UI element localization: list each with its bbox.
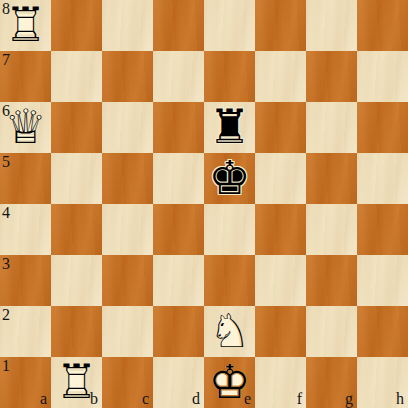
square-b2[interactable] — [51, 306, 102, 357]
piece-black-king-e5[interactable]: ♚ — [204, 153, 255, 204]
rank-label-2: 2 — [2, 307, 10, 323]
square-h8[interactable] — [357, 0, 408, 51]
white-king-icon: ♔ — [204, 357, 255, 404]
chess-diagram: 8♜♖76♛♕♜5♚432♞♘1ab♜♖cde♚♔fgh — [0, 0, 408, 408]
square-b8[interactable] — [51, 0, 102, 51]
white-knight-icon: ♘ — [204, 306, 255, 353]
rank-label-4: 4 — [2, 205, 10, 221]
square-f1[interactable]: f — [255, 357, 306, 408]
square-e5[interactable]: ♚ — [204, 153, 255, 204]
square-a1[interactable]: 1a — [0, 357, 51, 408]
square-c4[interactable] — [102, 204, 153, 255]
square-e4[interactable] — [204, 204, 255, 255]
square-h7[interactable] — [357, 51, 408, 102]
square-h5[interactable] — [357, 153, 408, 204]
piece-white-knight-e2[interactable]: ♞♘ — [204, 306, 255, 357]
square-d8[interactable] — [153, 0, 204, 51]
square-c5[interactable] — [102, 153, 153, 204]
square-d4[interactable] — [153, 204, 204, 255]
square-h3[interactable] — [357, 255, 408, 306]
file-label-f: f — [297, 391, 302, 407]
square-f7[interactable] — [255, 51, 306, 102]
square-c6[interactable] — [102, 102, 153, 153]
square-e6[interactable]: ♜ — [204, 102, 255, 153]
square-g2[interactable] — [306, 306, 357, 357]
file-label-d: d — [192, 391, 200, 407]
chess-board: 8♜♖76♛♕♜5♚432♞♘1ab♜♖cde♚♔fgh — [0, 0, 408, 408]
square-e3[interactable] — [204, 255, 255, 306]
square-g7[interactable] — [306, 51, 357, 102]
rank-label-5: 5 — [2, 154, 10, 170]
square-c3[interactable] — [102, 255, 153, 306]
square-a3[interactable]: 3 — [0, 255, 51, 306]
square-d2[interactable] — [153, 306, 204, 357]
square-h4[interactable] — [357, 204, 408, 255]
square-h2[interactable] — [357, 306, 408, 357]
square-f6[interactable] — [255, 102, 306, 153]
rank-label-7: 7 — [2, 52, 10, 68]
square-d7[interactable] — [153, 51, 204, 102]
square-c7[interactable] — [102, 51, 153, 102]
square-f5[interactable] — [255, 153, 306, 204]
piece-white-king-e1[interactable]: ♚♔ — [204, 357, 255, 408]
rank-label-1: 1 — [2, 358, 10, 374]
square-g3[interactable] — [306, 255, 357, 306]
square-g6[interactable] — [306, 102, 357, 153]
square-b6[interactable] — [51, 102, 102, 153]
square-c1[interactable]: c — [102, 357, 153, 408]
square-e2[interactable]: ♞♘ — [204, 306, 255, 357]
piece-white-queen-a6[interactable]: ♛♕ — [0, 102, 51, 153]
square-g8[interactable] — [306, 0, 357, 51]
file-label-h: h — [396, 391, 404, 407]
square-b3[interactable] — [51, 255, 102, 306]
square-d3[interactable] — [153, 255, 204, 306]
white-queen-icon: ♕ — [0, 102, 51, 149]
square-h1[interactable]: h — [357, 357, 408, 408]
square-a6[interactable]: 6♛♕ — [0, 102, 51, 153]
square-g4[interactable] — [306, 204, 357, 255]
square-a7[interactable]: 7 — [0, 51, 51, 102]
square-a4[interactable]: 4 — [0, 204, 51, 255]
square-b1[interactable]: b♜♖ — [51, 357, 102, 408]
rank-label-3: 3 — [2, 256, 10, 272]
piece-black-rook-e6[interactable]: ♜ — [204, 102, 255, 153]
square-e7[interactable] — [204, 51, 255, 102]
piece-white-rook-a8[interactable]: ♜♖ — [0, 0, 51, 51]
square-b7[interactable] — [51, 51, 102, 102]
square-c8[interactable] — [102, 0, 153, 51]
square-g1[interactable]: g — [306, 357, 357, 408]
square-e1[interactable]: e♚♔ — [204, 357, 255, 408]
square-f4[interactable] — [255, 204, 306, 255]
square-d5[interactable] — [153, 153, 204, 204]
square-f3[interactable] — [255, 255, 306, 306]
piece-white-rook-b1[interactable]: ♜♖ — [51, 357, 102, 408]
square-a2[interactable]: 2 — [0, 306, 51, 357]
black-king-icon: ♚ — [204, 153, 255, 200]
square-e8[interactable] — [204, 0, 255, 51]
square-g5[interactable] — [306, 153, 357, 204]
square-f2[interactable] — [255, 306, 306, 357]
square-f8[interactable] — [255, 0, 306, 51]
file-label-c: c — [142, 391, 149, 407]
file-label-g: g — [345, 391, 353, 407]
white-rook-icon: ♖ — [0, 0, 51, 47]
white-rook-icon: ♖ — [51, 357, 102, 404]
square-c2[interactable] — [102, 306, 153, 357]
square-a8[interactable]: 8♜♖ — [0, 0, 51, 51]
square-b5[interactable] — [51, 153, 102, 204]
square-d6[interactable] — [153, 102, 204, 153]
black-rook-icon: ♜ — [204, 102, 255, 149]
square-a5[interactable]: 5 — [0, 153, 51, 204]
square-b4[interactable] — [51, 204, 102, 255]
file-label-a: a — [40, 391, 47, 407]
square-h6[interactable] — [357, 102, 408, 153]
square-d1[interactable]: d — [153, 357, 204, 408]
